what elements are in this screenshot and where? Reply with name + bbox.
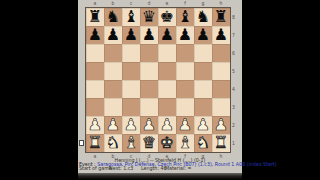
square-e7[interactable]: ♟ xyxy=(158,26,176,44)
square-b3[interactable] xyxy=(104,98,122,116)
black-pawn-piece: ♟ xyxy=(106,27,120,43)
square-e1[interactable]: ♚ xyxy=(158,134,176,152)
white-queen-piece: ♛ xyxy=(142,135,156,151)
square-b5[interactable] xyxy=(104,62,122,80)
square-f7[interactable]: ♟ xyxy=(176,26,194,44)
black-pawn-piece: ♟ xyxy=(142,27,156,43)
square-h8[interactable]: ♜ xyxy=(212,8,230,26)
square-d6[interactable] xyxy=(140,44,158,62)
square-h6[interactable] xyxy=(212,44,230,62)
square-b6[interactable] xyxy=(104,44,122,62)
black-queen-piece: ♛ xyxy=(142,9,156,25)
letterbox-left xyxy=(0,0,78,180)
square-h3[interactable] xyxy=(212,98,230,116)
square-b4[interactable] xyxy=(104,80,122,98)
square-e4[interactable] xyxy=(158,80,176,98)
rank-label-8: 8 xyxy=(232,8,239,26)
square-c4[interactable] xyxy=(122,80,140,98)
rank-labels-right: 87654321 xyxy=(232,8,239,152)
square-g4[interactable] xyxy=(194,80,212,98)
square-e6[interactable] xyxy=(158,44,176,62)
rank-label-6: 6 xyxy=(232,44,239,62)
square-c6[interactable] xyxy=(122,44,140,62)
black-pawn-piece: ♟ xyxy=(88,27,102,43)
file-label-e: e xyxy=(158,0,176,6)
white-pawn-piece: ♟ xyxy=(124,117,138,133)
square-f1[interactable]: ♝ xyxy=(176,134,194,152)
square-c7[interactable]: ♟ xyxy=(122,26,140,44)
file-label-h: h xyxy=(212,0,230,6)
video-frame: abcdefgh ♜♞♝♛♚♝♞♜♟♟♟♟♟♟♟♟♟♟♟♟♟♟♟♟♜♞♝♛♚♝♞… xyxy=(0,0,320,180)
black-bishop-piece: ♝ xyxy=(124,9,138,25)
white-pawn-piece: ♟ xyxy=(142,117,156,133)
square-b8[interactable]: ♞ xyxy=(104,8,122,26)
square-a8[interactable]: ♜ xyxy=(86,8,104,26)
white-knight-piece: ♞ xyxy=(196,135,210,151)
white-king-piece: ♚ xyxy=(160,135,174,151)
square-e2[interactable]: ♟ xyxy=(158,116,176,134)
white-pawn-piece: ♟ xyxy=(214,117,228,133)
status-start: Start of game xyxy=(79,166,112,170)
file-label-a: a xyxy=(86,0,104,6)
white-rook-piece: ♜ xyxy=(214,135,228,151)
square-e5[interactable] xyxy=(158,62,176,80)
white-pawn-piece: ♟ xyxy=(196,117,210,133)
rank-label-5: 5 xyxy=(232,62,239,80)
square-c5[interactable] xyxy=(122,62,140,80)
square-a5[interactable] xyxy=(86,62,104,80)
chess-board: ♜♞♝♛♚♝♞♜♟♟♟♟♟♟♟♟♟♟♟♟♟♟♟♟♜♞♝♛♚♝♞♜ xyxy=(85,7,231,153)
square-g7[interactable]: ♟ xyxy=(194,26,212,44)
square-f2[interactable]: ♟ xyxy=(176,116,194,134)
square-g1[interactable]: ♞ xyxy=(194,134,212,152)
rank-label-7: 7 xyxy=(232,26,239,44)
square-h1[interactable]: ♜ xyxy=(212,134,230,152)
rank-label-3: 3 xyxy=(232,98,239,116)
black-pawn-piece: ♟ xyxy=(214,27,228,43)
square-g5[interactable] xyxy=(194,62,212,80)
black-pawn-piece: ♟ xyxy=(196,27,210,43)
bottom-strip xyxy=(78,173,242,180)
square-c1[interactable]: ♝ xyxy=(122,134,140,152)
black-rook-piece: ♜ xyxy=(214,9,228,25)
square-h2[interactable]: ♟ xyxy=(212,116,230,134)
square-g8[interactable]: ♞ xyxy=(194,8,212,26)
square-d5[interactable] xyxy=(140,62,158,80)
white-bishop-piece: ♝ xyxy=(124,135,138,151)
square-h7[interactable]: ♟ xyxy=(212,26,230,44)
square-a4[interactable] xyxy=(86,80,104,98)
square-a2[interactable]: ♟ xyxy=(86,116,104,134)
status-next-move: Next: 1.c3 xyxy=(109,166,133,170)
black-pawn-piece: ♟ xyxy=(160,27,174,43)
white-rook-piece: ♜ xyxy=(88,135,102,151)
black-knight-piece: ♞ xyxy=(106,9,120,25)
square-f3[interactable] xyxy=(176,98,194,116)
square-f5[interactable] xyxy=(176,62,194,80)
square-c8[interactable]: ♝ xyxy=(122,8,140,26)
black-bishop-piece: ♝ xyxy=(178,9,192,25)
square-b1[interactable]: ♞ xyxy=(104,134,122,152)
file-label-d: d xyxy=(140,0,158,6)
square-g3[interactable] xyxy=(194,98,212,116)
file-label-b: b xyxy=(104,0,122,6)
square-b2[interactable]: ♟ xyxy=(104,116,122,134)
status-material: Material: = xyxy=(165,166,191,170)
file-label-c: c xyxy=(122,0,140,6)
file-label-g: g xyxy=(194,0,212,6)
square-a3[interactable] xyxy=(86,98,104,116)
square-b7[interactable]: ♟ xyxy=(104,26,122,44)
square-d4[interactable] xyxy=(140,80,158,98)
square-d2[interactable]: ♟ xyxy=(140,116,158,134)
letterbox-right xyxy=(242,0,320,180)
white-pawn-piece: ♟ xyxy=(178,117,192,133)
square-e3[interactable] xyxy=(158,98,176,116)
rank-label-2: 2 xyxy=(232,116,239,134)
status-length: Length: 46 xyxy=(141,166,167,170)
white-pawn-piece: ♟ xyxy=(106,117,120,133)
square-d1[interactable]: ♛ xyxy=(140,134,158,152)
square-f6[interactable] xyxy=(176,44,194,62)
square-e8[interactable]: ♚ xyxy=(158,8,176,26)
square-d3[interactable] xyxy=(140,98,158,116)
rank-label-4: 4 xyxy=(232,80,239,98)
square-d8[interactable]: ♛ xyxy=(140,8,158,26)
side-to-move-indicator xyxy=(79,140,84,146)
square-g6[interactable] xyxy=(194,44,212,62)
square-f4[interactable] xyxy=(176,80,194,98)
file-labels-top: abcdefgh xyxy=(86,0,230,6)
square-h5[interactable] xyxy=(212,62,230,80)
square-a6[interactable] xyxy=(86,44,104,62)
square-a1[interactable]: ♜ xyxy=(86,134,104,152)
square-g2[interactable]: ♟ xyxy=(194,116,212,134)
white-pawn-piece: ♟ xyxy=(88,117,102,133)
black-rook-piece: ♜ xyxy=(88,9,102,25)
square-a7[interactable]: ♟ xyxy=(86,26,104,44)
white-pawn-piece: ♟ xyxy=(160,117,174,133)
square-h4[interactable] xyxy=(212,80,230,98)
square-f8[interactable]: ♝ xyxy=(176,8,194,26)
black-pawn-piece: ♟ xyxy=(178,27,192,43)
black-knight-piece: ♞ xyxy=(196,9,210,25)
black-pawn-piece: ♟ xyxy=(124,27,138,43)
square-d7[interactable]: ♟ xyxy=(140,26,158,44)
rank-label-1: 1 xyxy=(232,134,239,152)
file-label-f: f xyxy=(176,0,194,6)
square-c2[interactable]: ♟ xyxy=(122,116,140,134)
square-c3[interactable] xyxy=(122,98,140,116)
white-knight-piece: ♞ xyxy=(106,135,120,151)
black-king-piece: ♚ xyxy=(160,9,174,25)
white-bishop-piece: ♝ xyxy=(178,135,192,151)
